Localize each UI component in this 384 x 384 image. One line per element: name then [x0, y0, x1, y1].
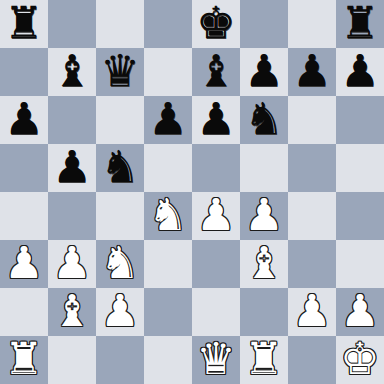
square-b7[interactable]: ♝: [48, 48, 96, 96]
square-a3[interactable]: ♟: [0, 240, 48, 288]
square-g3[interactable]: [288, 240, 336, 288]
square-c2[interactable]: ♟: [96, 288, 144, 336]
black-pawn-icon[interactable]: ♟: [4, 96, 43, 143]
square-b6[interactable]: [48, 96, 96, 144]
white-pawn-icon[interactable]: ♟: [292, 288, 331, 335]
white-queen-icon[interactable]: ♛: [196, 336, 235, 383]
square-e5[interactable]: [192, 144, 240, 192]
black-bishop-icon[interactable]: ♝: [52, 48, 91, 95]
square-h6[interactable]: [336, 96, 384, 144]
square-c8[interactable]: [96, 0, 144, 48]
white-pawn-icon[interactable]: ♟: [196, 192, 235, 239]
square-c3[interactable]: ♞: [96, 240, 144, 288]
white-knight-icon[interactable]: ♞: [100, 240, 139, 287]
square-a8[interactable]: ♜: [0, 0, 48, 48]
square-a7[interactable]: [0, 48, 48, 96]
square-h7[interactable]: ♟: [336, 48, 384, 96]
square-h8[interactable]: ♜: [336, 0, 384, 48]
square-d6[interactable]: ♟: [144, 96, 192, 144]
square-e6[interactable]: ♟: [192, 96, 240, 144]
square-g1[interactable]: [288, 336, 336, 384]
black-pawn-icon[interactable]: ♟: [244, 48, 283, 95]
square-b1[interactable]: [48, 336, 96, 384]
black-pawn-icon[interactable]: ♟: [52, 144, 91, 191]
white-bishop-icon[interactable]: ♝: [244, 240, 283, 287]
square-f2[interactable]: [240, 288, 288, 336]
black-king-icon[interactable]: ♚: [196, 0, 235, 47]
square-a1[interactable]: ♜: [0, 336, 48, 384]
square-b3[interactable]: ♟: [48, 240, 96, 288]
black-pawn-icon[interactable]: ♟: [340, 48, 379, 95]
square-a2[interactable]: [0, 288, 48, 336]
square-f1[interactable]: ♜: [240, 336, 288, 384]
chess-board: ♜♚♜♝♛♝♟♟♟♟♟♟♞♟♞♞♟♟♟♟♞♝♝♟♟♟♜♛♜♚: [0, 0, 384, 384]
square-b4[interactable]: [48, 192, 96, 240]
square-f7[interactable]: ♟: [240, 48, 288, 96]
square-d1[interactable]: [144, 336, 192, 384]
square-f6[interactable]: ♞: [240, 96, 288, 144]
square-e1[interactable]: ♛: [192, 336, 240, 384]
square-f5[interactable]: [240, 144, 288, 192]
black-bishop-icon[interactable]: ♝: [196, 48, 235, 95]
white-pawn-icon[interactable]: ♟: [4, 240, 43, 287]
white-rook-icon[interactable]: ♜: [244, 336, 283, 383]
square-c7[interactable]: ♛: [96, 48, 144, 96]
square-e7[interactable]: ♝: [192, 48, 240, 96]
black-pawn-icon[interactable]: ♟: [148, 96, 187, 143]
white-rook-icon[interactable]: ♜: [4, 336, 43, 383]
square-g2[interactable]: ♟: [288, 288, 336, 336]
square-e8[interactable]: ♚: [192, 0, 240, 48]
square-h4[interactable]: [336, 192, 384, 240]
white-pawn-icon[interactable]: ♟: [100, 288, 139, 335]
white-pawn-icon[interactable]: ♟: [244, 192, 283, 239]
square-c4[interactable]: [96, 192, 144, 240]
square-a6[interactable]: ♟: [0, 96, 48, 144]
square-e2[interactable]: [192, 288, 240, 336]
square-g8[interactable]: [288, 0, 336, 48]
square-g5[interactable]: [288, 144, 336, 192]
square-d5[interactable]: [144, 144, 192, 192]
square-b2[interactable]: ♝: [48, 288, 96, 336]
square-d8[interactable]: [144, 0, 192, 48]
square-d3[interactable]: [144, 240, 192, 288]
square-g7[interactable]: ♟: [288, 48, 336, 96]
white-pawn-icon[interactable]: ♟: [52, 240, 91, 287]
square-b8[interactable]: [48, 0, 96, 48]
square-e4[interactable]: ♟: [192, 192, 240, 240]
square-b5[interactable]: ♟: [48, 144, 96, 192]
black-queen-icon[interactable]: ♛: [100, 48, 139, 95]
square-d2[interactable]: [144, 288, 192, 336]
square-f8[interactable]: [240, 0, 288, 48]
white-knight-icon[interactable]: ♞: [148, 192, 187, 239]
square-h1[interactable]: ♚: [336, 336, 384, 384]
square-a4[interactable]: [0, 192, 48, 240]
square-e3[interactable]: [192, 240, 240, 288]
white-pawn-icon[interactable]: ♟: [340, 288, 379, 335]
square-d4[interactable]: ♞: [144, 192, 192, 240]
white-king-icon[interactable]: ♚: [340, 336, 379, 383]
black-rook-icon[interactable]: ♜: [4, 0, 43, 47]
black-knight-icon[interactable]: ♞: [100, 144, 139, 191]
square-f4[interactable]: ♟: [240, 192, 288, 240]
square-c5[interactable]: ♞: [96, 144, 144, 192]
square-h3[interactable]: [336, 240, 384, 288]
square-c6[interactable]: [96, 96, 144, 144]
black-knight-icon[interactable]: ♞: [244, 96, 283, 143]
square-h5[interactable]: [336, 144, 384, 192]
white-bishop-icon[interactable]: ♝: [52, 288, 91, 335]
black-pawn-icon[interactable]: ♟: [292, 48, 331, 95]
square-g4[interactable]: [288, 192, 336, 240]
square-d7[interactable]: [144, 48, 192, 96]
square-c1[interactable]: [96, 336, 144, 384]
square-f3[interactable]: ♝: [240, 240, 288, 288]
square-h2[interactable]: ♟: [336, 288, 384, 336]
black-rook-icon[interactable]: ♜: [340, 0, 379, 47]
black-pawn-icon[interactable]: ♟: [196, 96, 235, 143]
square-g6[interactable]: [288, 96, 336, 144]
square-a5[interactable]: [0, 144, 48, 192]
